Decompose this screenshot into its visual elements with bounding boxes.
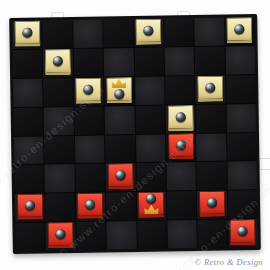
square-r5c6[interactable] xyxy=(197,162,227,190)
square-r2c6[interactable] xyxy=(195,75,225,103)
square-r6c0[interactable] xyxy=(15,194,45,222)
square-r5c4[interactable] xyxy=(136,163,166,191)
square-r4c6[interactable] xyxy=(196,133,226,161)
knob-icon xyxy=(205,82,215,92)
square-r5c2[interactable] xyxy=(75,164,105,192)
knob-icon xyxy=(175,112,185,122)
square-r3c2[interactable] xyxy=(74,106,104,134)
square-r4c3[interactable] xyxy=(105,135,135,163)
square-r0c5[interactable] xyxy=(164,18,194,46)
square-r0c7[interactable] xyxy=(225,17,255,45)
knob-icon xyxy=(207,198,217,208)
square-r7c5[interactable] xyxy=(167,220,197,248)
cream-man-piece[interactable] xyxy=(197,75,223,101)
square-r6c3[interactable] xyxy=(106,192,136,220)
square-r7c0[interactable] xyxy=(15,223,45,251)
cream-king-piece[interactable] xyxy=(106,77,132,103)
knob-icon xyxy=(146,193,156,203)
photo-credit: © Retro & Design xyxy=(195,257,264,267)
square-r7c3[interactable] xyxy=(106,221,136,249)
square-r5c3[interactable] xyxy=(106,163,136,191)
product-photo: © www.retro-en-design.shop © www.retro-e… xyxy=(0,0,270,270)
square-r3c7[interactable] xyxy=(226,104,256,132)
square-r7c2[interactable] xyxy=(76,222,106,250)
square-r2c0[interactable] xyxy=(13,78,43,106)
red-man-piece[interactable] xyxy=(168,133,194,159)
square-r4c0[interactable] xyxy=(14,136,44,164)
knob-icon xyxy=(22,28,32,38)
square-r6c6[interactable] xyxy=(197,191,227,219)
knob-icon xyxy=(176,141,186,151)
square-r4c1[interactable] xyxy=(44,135,74,163)
square-r7c1[interactable] xyxy=(46,222,76,250)
square-r5c0[interactable] xyxy=(14,165,44,193)
knob-icon xyxy=(114,89,124,99)
square-r7c7[interactable] xyxy=(228,219,258,247)
square-r7c4[interactable] xyxy=(137,221,167,249)
cream-man-piece[interactable] xyxy=(14,20,40,46)
square-r1c7[interactable] xyxy=(225,46,255,74)
square-r0c2[interactable] xyxy=(73,19,103,47)
knob-icon xyxy=(235,24,245,34)
square-r3c6[interactable] xyxy=(196,104,226,132)
square-r2c4[interactable] xyxy=(135,76,165,104)
square-r7c6[interactable] xyxy=(198,220,228,248)
square-r6c4[interactable] xyxy=(136,192,166,220)
square-r6c7[interactable] xyxy=(228,190,258,218)
square-r3c3[interactable] xyxy=(105,106,135,134)
square-r3c5[interactable] xyxy=(165,105,195,133)
square-r0c4[interactable] xyxy=(134,19,164,47)
square-r0c1[interactable] xyxy=(43,20,73,48)
square-r6c5[interactable] xyxy=(167,191,197,219)
square-r6c2[interactable] xyxy=(76,193,106,221)
square-r3c1[interactable] xyxy=(44,107,74,135)
cream-man-piece[interactable] xyxy=(167,105,193,131)
square-r5c5[interactable] xyxy=(166,162,196,190)
square-r1c2[interactable] xyxy=(73,48,103,76)
knob-icon xyxy=(56,229,66,239)
red-man-piece[interactable] xyxy=(230,219,256,245)
cream-man-piece[interactable] xyxy=(45,49,71,75)
square-r6c1[interactable] xyxy=(45,193,75,221)
crown-icon xyxy=(111,78,126,88)
red-man-piece[interactable] xyxy=(17,194,43,220)
red-king-piece[interactable] xyxy=(138,192,164,218)
square-r3c4[interactable] xyxy=(135,105,165,133)
watermark-square-mark xyxy=(259,158,270,170)
square-r0c0[interactable] xyxy=(12,20,42,48)
square-r1c0[interactable] xyxy=(13,49,43,77)
knob-icon xyxy=(143,26,153,36)
red-man-piece[interactable] xyxy=(107,163,133,189)
square-r5c1[interactable] xyxy=(45,164,75,192)
knob-icon xyxy=(238,226,248,236)
knob-icon xyxy=(53,56,63,66)
square-r2c2[interactable] xyxy=(74,77,104,105)
knob-icon xyxy=(115,170,125,180)
square-r1c3[interactable] xyxy=(104,48,134,76)
square-r4c5[interactable] xyxy=(166,134,196,162)
cream-man-piece[interactable] xyxy=(135,18,161,44)
square-r2c5[interactable] xyxy=(165,76,195,104)
square-r5c7[interactable] xyxy=(227,161,257,189)
square-r1c5[interactable] xyxy=(165,47,195,75)
red-man-piece[interactable] xyxy=(47,222,73,248)
cream-man-piece[interactable] xyxy=(76,77,102,103)
board-area xyxy=(9,14,261,254)
square-r3c0[interactable] xyxy=(14,107,44,135)
crown-icon xyxy=(144,204,159,214)
square-r4c2[interactable] xyxy=(75,135,105,163)
knob-icon xyxy=(85,200,95,210)
square-r2c7[interactable] xyxy=(226,75,256,103)
board xyxy=(9,14,261,254)
square-r2c1[interactable] xyxy=(43,78,73,106)
square-r0c6[interactable] xyxy=(194,18,224,46)
square-r4c4[interactable] xyxy=(136,134,166,162)
knob-icon xyxy=(84,84,94,94)
square-r1c6[interactable] xyxy=(195,46,225,74)
square-r4c7[interactable] xyxy=(227,133,257,161)
square-r0c3[interactable] xyxy=(103,19,133,47)
square-r1c1[interactable] xyxy=(43,49,73,77)
knob-icon xyxy=(25,201,35,211)
red-man-piece[interactable] xyxy=(77,193,103,219)
cream-man-piece[interactable] xyxy=(226,17,252,43)
red-man-piece[interactable] xyxy=(199,191,225,217)
square-r1c4[interactable] xyxy=(134,47,164,75)
square-r2c3[interactable] xyxy=(104,77,134,105)
